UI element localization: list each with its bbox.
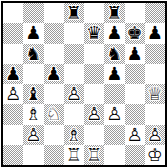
square-g3[interactable] (125, 104, 145, 124)
square-h6[interactable] (145, 44, 165, 64)
square-f4[interactable] (104, 84, 124, 104)
square-e2[interactable] (84, 125, 104, 145)
square-b7[interactable]: ♟ (23, 23, 43, 43)
square-a8[interactable] (3, 3, 23, 23)
square-f7[interactable]: ♟ (104, 23, 124, 43)
square-b2[interactable]: ♟♙ (23, 125, 43, 145)
square-e3[interactable]: ♟♙ (84, 104, 104, 124)
white-pawn-piece[interactable]: ♙ (64, 84, 84, 104)
black-knight-piece[interactable]: ♞ (104, 44, 124, 64)
square-e7[interactable]: ♛ (84, 23, 104, 43)
white-pawn-piece-fill: ♟ (145, 125, 165, 145)
square-h4[interactable]: ♛♕ (145, 84, 165, 104)
square-e5[interactable] (84, 64, 104, 84)
white-rook-piece-fill: ♜ (84, 145, 104, 165)
white-bishop-piece[interactable]: ♗ (23, 104, 43, 124)
white-pawn-piece[interactable]: ♙ (104, 104, 124, 124)
square-f8[interactable]: ♜ (104, 3, 124, 23)
white-knight-piece-fill: ♞ (44, 104, 64, 124)
square-g7[interactable]: ♚ (125, 23, 145, 43)
white-bishop-piece-fill: ♝ (64, 125, 84, 145)
black-knight-piece[interactable]: ♞ (23, 44, 43, 64)
square-d7[interactable] (64, 23, 84, 43)
white-knight-piece[interactable]: ♘ (44, 104, 64, 124)
white-bishop-piece[interactable]: ♗ (64, 125, 84, 145)
square-d6[interactable] (64, 44, 84, 64)
square-d4[interactable]: ♟♙ (64, 84, 84, 104)
square-h5[interactable] (145, 64, 165, 84)
white-pawn-piece[interactable]: ♙ (23, 125, 43, 145)
square-f3[interactable]: ♟♙ (104, 104, 124, 124)
white-pawn-piece-fill: ♟ (3, 84, 23, 104)
black-bishop-piece[interactable]: ♝ (23, 84, 43, 104)
square-e1[interactable]: ♜♖ (84, 145, 104, 165)
square-c4[interactable] (44, 84, 64, 104)
square-b8[interactable] (23, 3, 43, 23)
square-e6[interactable] (84, 44, 104, 64)
square-b6[interactable]: ♞ (23, 44, 43, 64)
square-d3[interactable] (64, 104, 84, 124)
white-rook-piece-fill: ♜ (64, 145, 84, 165)
square-h3[interactable] (145, 104, 165, 124)
square-c2[interactable] (44, 125, 64, 145)
black-pawn-piece[interactable]: ♟ (104, 64, 124, 84)
square-a4[interactable]: ♟♙ (3, 84, 23, 104)
square-c6[interactable] (44, 44, 64, 64)
square-a2[interactable] (3, 125, 23, 145)
square-c7[interactable] (44, 23, 64, 43)
white-pawn-piece[interactable]: ♙ (145, 125, 165, 145)
black-pawn-piece[interactable]: ♟ (125, 44, 145, 64)
black-pawn-piece[interactable]: ♟ (104, 23, 124, 43)
white-pawn-piece-fill: ♟ (64, 84, 84, 104)
square-f1[interactable] (104, 145, 124, 165)
square-h2[interactable]: ♟♙ (145, 125, 165, 145)
square-d5[interactable] (64, 64, 84, 84)
square-h8[interactable] (145, 3, 165, 23)
square-c8[interactable] (44, 3, 64, 23)
black-king-piece[interactable]: ♚ (125, 23, 145, 43)
square-f6[interactable]: ♞ (104, 44, 124, 64)
square-g2[interactable]: ♟♙ (125, 125, 145, 145)
square-c5[interactable]: ♟ (44, 64, 64, 84)
square-g6[interactable]: ♟ (125, 44, 145, 64)
square-d2[interactable]: ♝♗ (64, 125, 84, 145)
white-king-piece[interactable]: ♔ (145, 145, 165, 165)
square-c1[interactable] (44, 145, 64, 165)
square-a6[interactable] (3, 44, 23, 64)
black-rook-piece[interactable]: ♜ (64, 3, 84, 23)
white-pawn-piece[interactable]: ♙ (125, 125, 145, 145)
square-g8[interactable] (125, 3, 145, 23)
square-g5[interactable] (125, 64, 145, 84)
black-pawn-piece[interactable]: ♟ (44, 64, 64, 84)
white-pawn-piece-fill: ♟ (125, 125, 145, 145)
square-b5[interactable] (23, 64, 43, 84)
white-pawn-piece[interactable]: ♙ (84, 104, 104, 124)
black-pawn-piece[interactable]: ♟ (3, 64, 23, 84)
white-bishop-piece-fill: ♝ (23, 104, 43, 124)
square-f5[interactable]: ♟ (104, 64, 124, 84)
square-f2[interactable] (104, 125, 124, 145)
white-pawn-piece[interactable]: ♙ (3, 84, 23, 104)
black-rook-piece[interactable]: ♜ (104, 3, 124, 23)
white-king-piece-fill: ♚ (145, 145, 165, 165)
white-pawn-piece-fill: ♟ (84, 104, 104, 124)
square-a5[interactable]: ♟ (3, 64, 23, 84)
square-e8[interactable] (84, 3, 104, 23)
black-pawn-piece[interactable]: ♟ (23, 23, 43, 43)
white-rook-piece[interactable]: ♖ (64, 145, 84, 165)
square-d8[interactable]: ♜ (64, 3, 84, 23)
white-pawn-piece-fill: ♟ (104, 104, 124, 124)
square-b1[interactable] (23, 145, 43, 165)
square-d1[interactable]: ♜♖ (64, 145, 84, 165)
square-g1[interactable] (125, 145, 145, 165)
square-a7[interactable] (3, 23, 23, 43)
board-frame: ♜♜♟♛♟♚♟♞♞♟♟♟♟♟♙♝♟♙♛♕♝♗♞♘♟♙♟♙♟♙♝♗♟♙♟♙♜♖♜♖… (1, 1, 167, 167)
chess-board: ♜♜♟♛♟♚♟♞♞♟♟♟♟♟♙♝♟♙♛♕♝♗♞♘♟♙♟♙♟♙♝♗♟♙♟♙♜♖♜♖… (3, 3, 165, 165)
black-pawn-piece[interactable]: ♟ (145, 23, 165, 43)
square-g4[interactable] (125, 84, 145, 104)
square-b3[interactable]: ♝♗ (23, 104, 43, 124)
chess-diagram: ♜♜♟♛♟♚♟♞♞♟♟♟♟♟♙♝♟♙♛♕♝♗♞♘♟♙♟♙♟♙♝♗♟♙♟♙♜♖♜♖… (0, 0, 168, 168)
square-a3[interactable] (3, 104, 23, 124)
white-queen-piece-fill: ♛ (145, 84, 165, 104)
white-rook-piece[interactable]: ♖ (84, 145, 104, 165)
square-e4[interactable] (84, 84, 104, 104)
square-h1[interactable]: ♚♔ (145, 145, 165, 165)
square-a1[interactable] (3, 145, 23, 165)
square-h7[interactable]: ♟ (145, 23, 165, 43)
white-queen-piece[interactable]: ♕ (145, 84, 165, 104)
square-c3[interactable]: ♞♘ (44, 104, 64, 124)
black-queen-piece[interactable]: ♛ (84, 23, 104, 43)
square-b4[interactable]: ♝ (23, 84, 43, 104)
white-pawn-piece-fill: ♟ (23, 125, 43, 145)
